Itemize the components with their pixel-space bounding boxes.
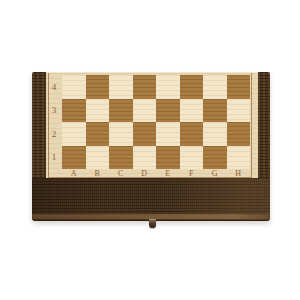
square-f2 [180,122,204,146]
rank-label-4: 4 [46,75,62,99]
square-c3 [109,99,133,123]
square-f4 [180,75,204,99]
square-f1 [180,146,204,170]
chess-box: 4321 ABCDEFGH [32,72,270,221]
square-h1 [227,146,251,170]
square-h3 [227,99,251,123]
squares-grid [62,75,250,169]
board-surface: 4321 ABCDEFGH [32,72,270,178]
square-h2 [227,122,251,146]
square-g3 [203,99,227,123]
square-e3 [156,99,180,123]
square-g1 [203,146,227,170]
square-c1 [109,146,133,170]
square-e2 [156,122,180,146]
square-h4 [227,75,251,99]
square-e1 [156,146,180,170]
square-g2 [203,122,227,146]
square-d2 [133,122,157,146]
square-a3 [62,99,86,123]
square-b2 [86,122,110,146]
square-g4 [203,75,227,99]
square-b3 [86,99,110,123]
board-margin: 4321 ABCDEFGH [46,72,258,178]
square-f3 [180,99,204,123]
product-photo: 4321 ABCDEFGH [0,0,300,300]
rank-label-3: 3 [46,99,62,123]
frame-left-edge [32,72,46,178]
square-c4 [109,75,133,99]
box-front-panel [32,178,270,221]
square-e4 [156,75,180,99]
square-d4 [133,75,157,99]
square-b4 [86,75,110,99]
square-c2 [109,122,133,146]
square-a4 [62,75,86,99]
square-d3 [133,99,157,123]
square-a1 [62,146,86,170]
rank-label-1: 1 [46,146,62,170]
square-d1 [133,146,157,170]
clasp-knob [149,219,156,228]
rank-labels: 4321 [46,75,62,169]
square-a2 [62,122,86,146]
frame-right-edge [258,72,270,178]
rank-label-2: 2 [46,122,62,146]
square-b1 [86,146,110,170]
